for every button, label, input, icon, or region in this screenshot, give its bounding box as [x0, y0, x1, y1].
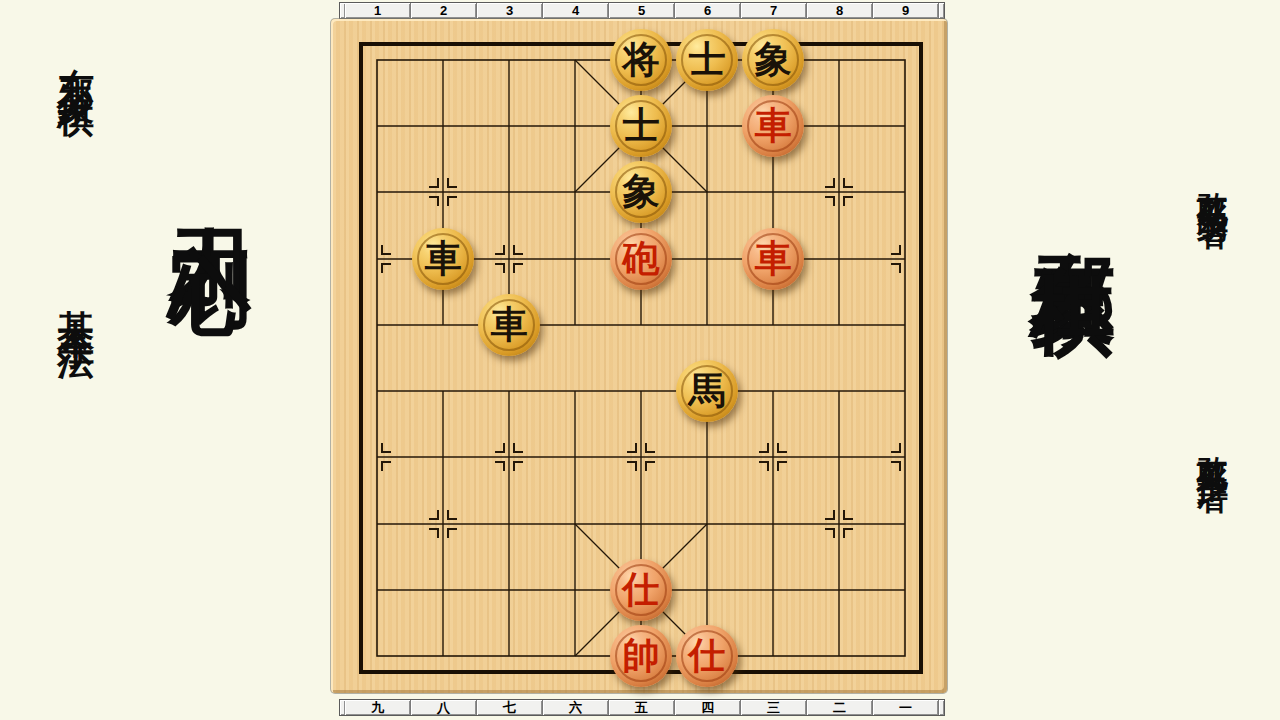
- bottom-file-label-1: 九: [345, 700, 411, 715]
- bottom-file-label-8: 二: [807, 700, 873, 715]
- piece-red-車[interactable]: 車: [742, 228, 804, 290]
- piece-character: 車: [742, 228, 804, 290]
- bottom-file-label-9: 一: [873, 700, 939, 715]
- piece-character: 車: [742, 95, 804, 157]
- piece-character: 馬: [676, 360, 738, 422]
- top-file-label-8: 8: [807, 3, 873, 18]
- left-series-title-line2: 基本杀法: [57, 280, 94, 324]
- piece-character: 士: [676, 29, 738, 91]
- piece-character: 将: [610, 29, 672, 91]
- xiangqi-board[interactable]: 将士象士車象車砲車車馬仕帥仕: [331, 19, 947, 693]
- pieces-layer: 将士象士車象車砲車車馬仕帥仕: [331, 19, 947, 693]
- top-file-label-5: 5: [609, 3, 675, 18]
- piece-character: 砲: [610, 228, 672, 290]
- bottom-file-label-2: 八: [411, 700, 477, 715]
- piece-red-帥[interactable]: 帥: [610, 625, 672, 687]
- top-file-label-9: 9: [873, 3, 939, 18]
- piece-black-士[interactable]: 士: [676, 29, 738, 91]
- top-file-label-3: 3: [477, 3, 543, 18]
- page-background: 东邪象棋 基本杀法 大刀剜心 东邪象棋 敢死马发明者 敢死马推广者 123456…: [0, 0, 1280, 720]
- piece-red-砲[interactable]: 砲: [610, 228, 672, 290]
- puzzle-title: 大刀剜心: [168, 160, 250, 192]
- top-file-label-1: 1: [345, 3, 411, 18]
- top-file-label-6: 6: [675, 3, 741, 18]
- piece-black-馬[interactable]: 馬: [676, 360, 738, 422]
- right-subtitle-line1: 敢死马发明者: [1197, 168, 1228, 198]
- piece-character: 士: [610, 95, 672, 157]
- right-brand-title: 东邪象棋: [1030, 180, 1116, 212]
- bottom-file-label-3: 七: [477, 700, 543, 715]
- top-file-label-4: 4: [543, 3, 609, 18]
- piece-black-士[interactable]: 士: [610, 95, 672, 157]
- bottom-file-label-7: 三: [741, 700, 807, 715]
- piece-black-車[interactable]: 車: [478, 294, 540, 356]
- piece-red-車[interactable]: 車: [742, 95, 804, 157]
- piece-character: 仕: [610, 559, 672, 621]
- top-coordinate-bar: 123456789: [339, 2, 945, 19]
- bottom-bar-endcap: [939, 700, 944, 715]
- piece-character: 帥: [610, 625, 672, 687]
- bottom-file-label-6: 四: [675, 700, 741, 715]
- piece-red-仕[interactable]: 仕: [610, 559, 672, 621]
- piece-black-車[interactable]: 車: [412, 228, 474, 290]
- piece-character: 車: [412, 228, 474, 290]
- bottom-coordinate-bar: 九八七六五四三二一: [339, 699, 945, 716]
- top-file-label-2: 2: [411, 3, 477, 18]
- piece-black-象[interactable]: 象: [742, 29, 804, 91]
- piece-character: 仕: [676, 625, 738, 687]
- piece-character: 車: [478, 294, 540, 356]
- bottom-file-label-4: 六: [543, 700, 609, 715]
- piece-black-将[interactable]: 将: [610, 29, 672, 91]
- right-subtitle-line2: 敢死马推广者: [1197, 432, 1228, 462]
- piece-character: 象: [742, 29, 804, 91]
- left-series-title-line1: 东邪象棋: [57, 38, 94, 82]
- piece-character: 象: [610, 161, 672, 223]
- piece-black-象[interactable]: 象: [610, 161, 672, 223]
- bottom-file-label-5: 五: [609, 700, 675, 715]
- top-file-label-7: 7: [741, 3, 807, 18]
- piece-red-仕[interactable]: 仕: [676, 625, 738, 687]
- top-bar-endcap: [939, 3, 944, 18]
